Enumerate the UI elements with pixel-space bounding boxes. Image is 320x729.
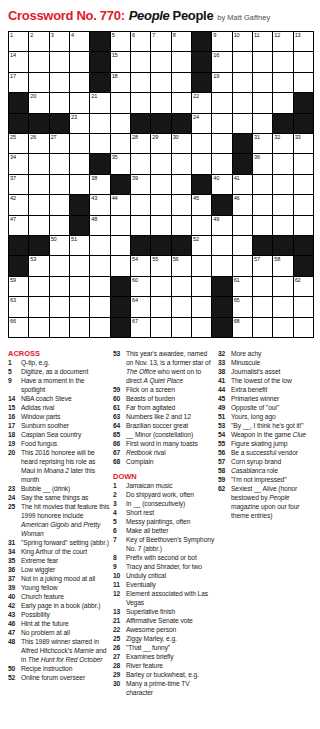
white-cell[interactable]: 64 [131,297,150,316]
white-cell[interactable] [172,195,191,214]
cell-number: 30 [173,134,179,141]
white-cell[interactable] [253,216,272,235]
white-cell[interactable]: 47 [9,216,28,235]
white-cell[interactable] [273,154,292,173]
white-cell[interactable] [111,236,130,255]
cell-number: 57 [254,256,260,263]
clue-25D: 25Ziggy Marley, e.g. [113,634,215,643]
cell-number: 59 [10,277,16,284]
white-cell[interactable] [212,236,231,255]
white-cell[interactable] [151,154,170,173]
clue-1D: 1Jamaican music [113,481,215,490]
white-cell[interactable] [50,154,69,173]
white-cell[interactable] [90,114,109,133]
clue-number: 9 [8,376,12,385]
white-cell[interactable]: 24 [192,114,211,133]
white-cell[interactable]: 33 [294,134,313,153]
white-cell[interactable]: 39 [131,175,150,194]
cell-number: 40 [213,175,219,182]
clue-number: 39 [8,583,15,592]
white-cell[interactable]: 17 [9,73,28,92]
clue-37A: 37Not in a joking mood at all [8,574,110,583]
clue-62D: 62Sexiest __ Alive (honor bestowed by Pe… [218,484,319,520]
white-cell[interactable] [253,175,272,194]
white-cell[interactable]: 25 [9,134,28,153]
clue-number: 9 [113,562,117,571]
white-cell[interactable]: 12 [273,32,292,51]
clue-number: 16 [8,412,15,421]
white-cell[interactable]: 34 [9,154,28,173]
clue-number: 60 [113,394,120,403]
white-cell[interactable] [253,73,272,92]
white-cell[interactable] [233,216,252,235]
clue-number: 53 [218,421,225,430]
white-cell[interactable] [70,52,89,71]
white-cell[interactable] [294,154,313,173]
cell-number: 18 [112,73,118,80]
cell-number: 35 [112,154,118,161]
white-cell[interactable] [273,277,292,296]
clue-38D: 38Journalist's asset [218,367,319,376]
white-cell[interactable] [50,318,69,337]
white-cell[interactable] [172,216,191,235]
white-cell[interactable]: 38 [90,175,109,194]
crossword-grid: 1234567891011121314151617181920212223242… [8,31,314,338]
white-cell[interactable] [90,277,109,296]
black-cell [29,114,48,133]
white-cell[interactable]: 52 [192,236,211,255]
white-cell[interactable] [70,73,89,92]
white-cell[interactable] [253,52,272,71]
clue-number: 61 [113,403,120,412]
clue-number: 3 [113,499,117,508]
white-cell[interactable]: 21 [90,93,109,112]
white-cell[interactable] [50,277,69,296]
white-cell[interactable] [111,256,130,275]
white-cell[interactable] [253,297,272,316]
white-cell[interactable]: 42 [9,195,28,214]
white-cell[interactable]: 22 [192,93,211,112]
white-cell[interactable]: 56 [172,256,191,275]
white-cell[interactable] [172,277,191,296]
white-cell[interactable] [233,236,252,255]
white-cell[interactable] [233,52,252,71]
white-cell[interactable] [233,73,252,92]
white-cell[interactable] [294,73,313,92]
white-cell[interactable]: 43 [90,195,109,214]
white-cell[interactable]: 19 [212,73,231,92]
white-cell[interactable] [50,93,69,112]
black-cell [273,114,292,133]
white-cell[interactable]: 60 [131,277,150,296]
white-cell[interactable] [50,195,69,214]
white-cell[interactable]: 32 [273,134,292,153]
clue-number: 62 [218,484,225,493]
white-cell[interactable]: 18 [111,73,130,92]
white-cell[interactable]: 40 [212,175,231,194]
white-cell[interactable]: 10 [233,32,252,51]
white-cell[interactable]: 11 [253,32,272,51]
white-cell[interactable]: 46 [233,195,252,214]
cell-number: 9 [213,32,216,39]
clue-column-2: 53This year's awardee, named on Nov. 13,… [113,349,215,697]
black-cell [90,154,109,173]
cell-number: 17 [10,73,16,80]
white-cell[interactable] [273,195,292,214]
white-cell[interactable] [29,216,48,235]
clue-number: 12 [113,589,120,598]
white-cell[interactable] [111,93,130,112]
cell-number: 47 [10,216,16,223]
black-cell [192,73,211,92]
white-cell[interactable] [70,297,89,316]
white-cell[interactable] [273,297,292,316]
white-cell[interactable] [172,52,191,71]
white-cell[interactable] [273,318,292,337]
clue-36A: 36Low wiggler [8,565,110,574]
white-cell[interactable] [70,134,89,153]
white-cell[interactable]: 66 [9,318,28,337]
black-cell [9,114,28,133]
black-cell [192,175,211,194]
white-cell[interactable] [50,216,69,235]
clue-number: 27 [113,652,120,661]
white-cell[interactable] [192,256,211,275]
clue-33D: 33Minuscule [218,358,319,367]
white-cell[interactable] [151,216,170,235]
clue-3D: 3In __ (consecutively) [113,499,215,508]
white-cell[interactable]: 50 [50,236,69,255]
clue-number: 51 [218,412,225,421]
clue-20A: 20This 2016 honoree will be heard repris… [8,448,110,484]
black-cell [90,52,109,71]
white-cell[interactable]: 29 [151,134,170,153]
cell-number: 51 [71,236,77,243]
clue-27D: 27Examines briefly [113,652,215,661]
cell-number: 54 [132,256,138,263]
clue-number: 25 [113,634,120,643]
black-cell [111,277,130,296]
white-cell[interactable]: 16 [212,52,231,71]
clue-56D: 56Be a successful vendor [218,448,319,457]
white-cell[interactable] [192,277,211,296]
white-cell[interactable] [233,256,252,275]
clue-41D: 41The lowest of the low [218,376,319,385]
white-cell[interactable]: 53 [29,256,48,275]
white-cell[interactable]: 6 [131,32,150,51]
white-cell[interactable] [294,297,313,316]
white-cell[interactable] [212,114,231,133]
white-cell[interactable]: 30 [172,134,191,153]
white-cell[interactable] [29,52,48,71]
clue-15A: 15Adidas rival [8,403,110,412]
white-cell[interactable] [172,318,191,337]
white-cell[interactable] [29,175,48,194]
white-cell[interactable] [151,52,170,71]
white-cell[interactable]: 35 [111,154,130,173]
white-cell[interactable] [50,256,69,275]
white-cell[interactable] [50,73,69,92]
white-cell[interactable]: 55 [151,256,170,275]
cell-number: 16 [213,52,219,59]
cell-number: 26 [30,134,36,141]
cell-number: 50 [51,236,57,243]
white-cell[interactable] [131,216,150,235]
white-cell[interactable] [253,114,272,133]
white-cell[interactable] [29,297,48,316]
white-cell[interactable] [29,154,48,173]
clue-number: 22 [113,625,120,634]
white-cell[interactable]: 54 [131,256,150,275]
clue-17A: 17Sunburn soother [8,421,110,430]
white-cell[interactable]: 62 [294,277,313,296]
clue-number: 64 [113,421,120,430]
clue-number: 40 [8,592,15,601]
cell-number: 49 [213,216,219,223]
clue-number: 47 [8,628,15,637]
white-cell[interactable] [212,93,231,112]
white-cell[interactable] [90,297,109,316]
cell-number: 31 [254,134,260,141]
clue-59D: 59"I'm not impressed" [218,475,319,484]
clue-number: 6 [113,526,117,535]
white-cell[interactable]: 3 [50,32,69,51]
white-cell[interactable] [253,318,272,337]
white-cell[interactable]: 36 [253,154,272,173]
clue-number: 56 [218,448,225,457]
cell-number: 6 [132,32,135,39]
clue-63A: 63Numbers like 2 and 12 [113,412,215,421]
white-cell[interactable]: 1 [9,32,28,51]
cell-number: 52 [193,236,199,243]
clue-58D: 58Casablanca role [218,466,319,475]
white-cell[interactable] [50,297,69,316]
white-cell[interactable] [294,318,313,337]
down-header: DOWN [113,472,215,481]
clue-column-1: ACROSS1Q-tip, e.g.5Digitize, as a docume… [8,349,110,682]
white-cell[interactable] [50,175,69,194]
white-cell[interactable] [90,318,109,337]
white-cell[interactable] [29,318,48,337]
white-cell[interactable]: 23 [70,114,89,133]
white-cell[interactable] [151,195,170,214]
clue-68A: 68Complain [113,457,215,466]
across-header: ACROSS [8,349,110,358]
white-cell[interactable] [151,277,170,296]
white-cell[interactable] [192,216,211,235]
white-cell[interactable] [253,93,272,112]
white-cell[interactable] [90,256,109,275]
clue-35A: 35Extreme fear [8,556,110,565]
white-cell[interactable] [273,216,292,235]
white-cell[interactable] [70,175,89,194]
white-cell[interactable] [131,195,150,214]
white-cell[interactable] [29,277,48,296]
black-cell [131,114,150,133]
white-cell[interactable]: 8 [172,32,191,51]
white-cell[interactable]: 49 [212,216,231,235]
black-cell [294,93,313,112]
black-cell [111,175,130,194]
clue-number: 30 [113,679,120,688]
white-cell[interactable] [253,195,272,214]
black-cell [9,93,28,112]
white-cell[interactable] [212,256,231,275]
black-cell [294,256,313,275]
white-cell[interactable] [172,154,191,173]
white-cell[interactable]: 58 [273,256,292,275]
white-cell[interactable] [172,175,191,194]
title-theme-bold: People [173,8,214,23]
white-cell[interactable] [172,73,191,92]
black-cell [131,236,150,255]
white-cell[interactable] [131,93,150,112]
clue-number: 43 [8,610,15,619]
white-cell[interactable] [151,318,170,337]
white-cell[interactable] [29,195,48,214]
white-cell[interactable] [172,93,191,112]
white-cell[interactable]: 4 [70,32,89,51]
clue-30D: 30Many a prime-time TV character [113,679,215,697]
white-cell[interactable] [273,93,292,112]
white-cell[interactable] [70,318,89,337]
white-cell[interactable]: 65 [233,297,252,316]
white-cell[interactable] [294,195,313,214]
clue-number: 18 [8,430,15,439]
cell-number: 20 [30,93,36,100]
white-cell[interactable]: 48 [90,216,109,235]
black-cell [151,114,170,133]
white-cell[interactable]: 14 [9,52,28,71]
white-cell[interactable] [50,52,69,71]
cell-number: 1 [10,32,13,39]
cell-number: 67 [132,318,138,325]
white-cell[interactable]: 2 [29,32,48,51]
clue-number: 48 [8,637,15,646]
cell-number: 63 [10,297,16,304]
page-title: Crossword No. 770:PeoplePeopleby Matt Ga… [8,8,270,23]
white-cell[interactable] [151,297,170,316]
white-cell[interactable]: 45 [192,195,211,214]
clue-40A: 40Church feature [8,592,110,601]
cell-number: 11 [254,32,259,39]
white-cell[interactable] [131,154,150,173]
white-cell[interactable]: 41 [233,175,252,194]
white-cell[interactable] [90,134,109,153]
white-cell[interactable] [273,175,292,194]
white-cell[interactable] [212,134,231,153]
cell-number: 10 [234,32,240,39]
white-cell[interactable] [192,297,211,316]
white-cell[interactable] [212,154,231,173]
white-cell[interactable] [273,52,292,71]
clue-24A: 24Say the same things as [8,493,110,502]
white-cell[interactable]: 15 [111,52,130,71]
cell-number: 66 [10,318,16,325]
white-cell[interactable] [131,73,150,92]
white-cell[interactable]: 61 [233,277,252,296]
white-cell[interactable]: 5 [111,32,130,51]
clue-number: 50 [8,664,15,673]
clue-46A: 46Hint at the future [8,619,110,628]
white-cell[interactable] [294,216,313,235]
white-cell[interactable]: 26 [29,134,48,153]
white-cell[interactable]: 28 [131,134,150,153]
cell-number: 15 [112,52,118,59]
white-cell[interactable]: 68 [233,318,252,337]
white-cell[interactable] [172,297,191,316]
white-cell[interactable] [111,114,130,133]
clue-11D: 11Eventually [113,580,215,589]
white-cell[interactable]: 9 [212,32,231,51]
white-cell[interactable] [70,277,89,296]
white-cell[interactable]: 57 [253,256,272,275]
white-cell[interactable] [294,52,313,71]
white-cell[interactable]: 51 [70,236,89,255]
black-cell [253,236,272,255]
clue-number: 52 [8,673,15,682]
white-cell[interactable] [294,175,313,194]
white-cell[interactable] [70,93,89,112]
white-cell[interactable]: 13 [294,32,313,51]
clue-number: 32 [218,349,225,358]
white-cell[interactable] [151,175,170,194]
white-cell[interactable] [192,134,211,153]
black-cell [90,32,109,51]
white-cell[interactable] [131,52,150,71]
white-cell[interactable]: 20 [29,93,48,112]
white-cell[interactable] [111,134,130,153]
black-cell [90,73,109,92]
black-cell [294,236,313,255]
white-cell[interactable]: 44 [111,195,130,214]
white-cell[interactable] [70,256,89,275]
white-cell[interactable]: 27 [50,134,69,153]
white-cell[interactable] [192,318,211,337]
white-cell[interactable] [273,73,292,92]
white-cell[interactable]: 63 [9,297,28,316]
white-cell[interactable]: 37 [9,175,28,194]
clue-44D: 44Extra benefit [218,385,319,394]
clue-39A: 39Young fellow [8,583,110,592]
clue-number: 35 [8,556,15,565]
white-cell[interactable] [233,114,252,133]
white-cell[interactable] [233,93,252,112]
clue-43A: 43Possibility [8,610,110,619]
white-cell[interactable] [111,216,130,235]
white-cell[interactable] [192,154,211,173]
white-cell[interactable] [253,277,272,296]
cell-number: 58 [274,256,280,263]
white-cell[interactable]: 67 [131,318,150,337]
clue-47A: 47No problem at all [8,628,110,637]
white-cell[interactable]: 59 [9,277,28,296]
white-cell[interactable] [70,154,89,173]
white-cell[interactable]: 31 [253,134,272,153]
white-cell[interactable] [29,73,48,92]
cell-number: 38 [91,175,97,182]
clue-8D: 8Prefix with second or bot [113,553,215,562]
cell-number: 12 [274,32,280,39]
clue-number: 53 [113,349,120,358]
white-cell[interactable] [151,93,170,112]
cell-number: 48 [91,216,97,223]
clue-number: 2 [113,490,117,499]
clue-23A: 23Bubble __ (drink) [8,484,110,493]
white-cell[interactable] [90,236,109,255]
white-cell[interactable] [151,73,170,92]
white-cell[interactable]: 7 [151,32,170,51]
